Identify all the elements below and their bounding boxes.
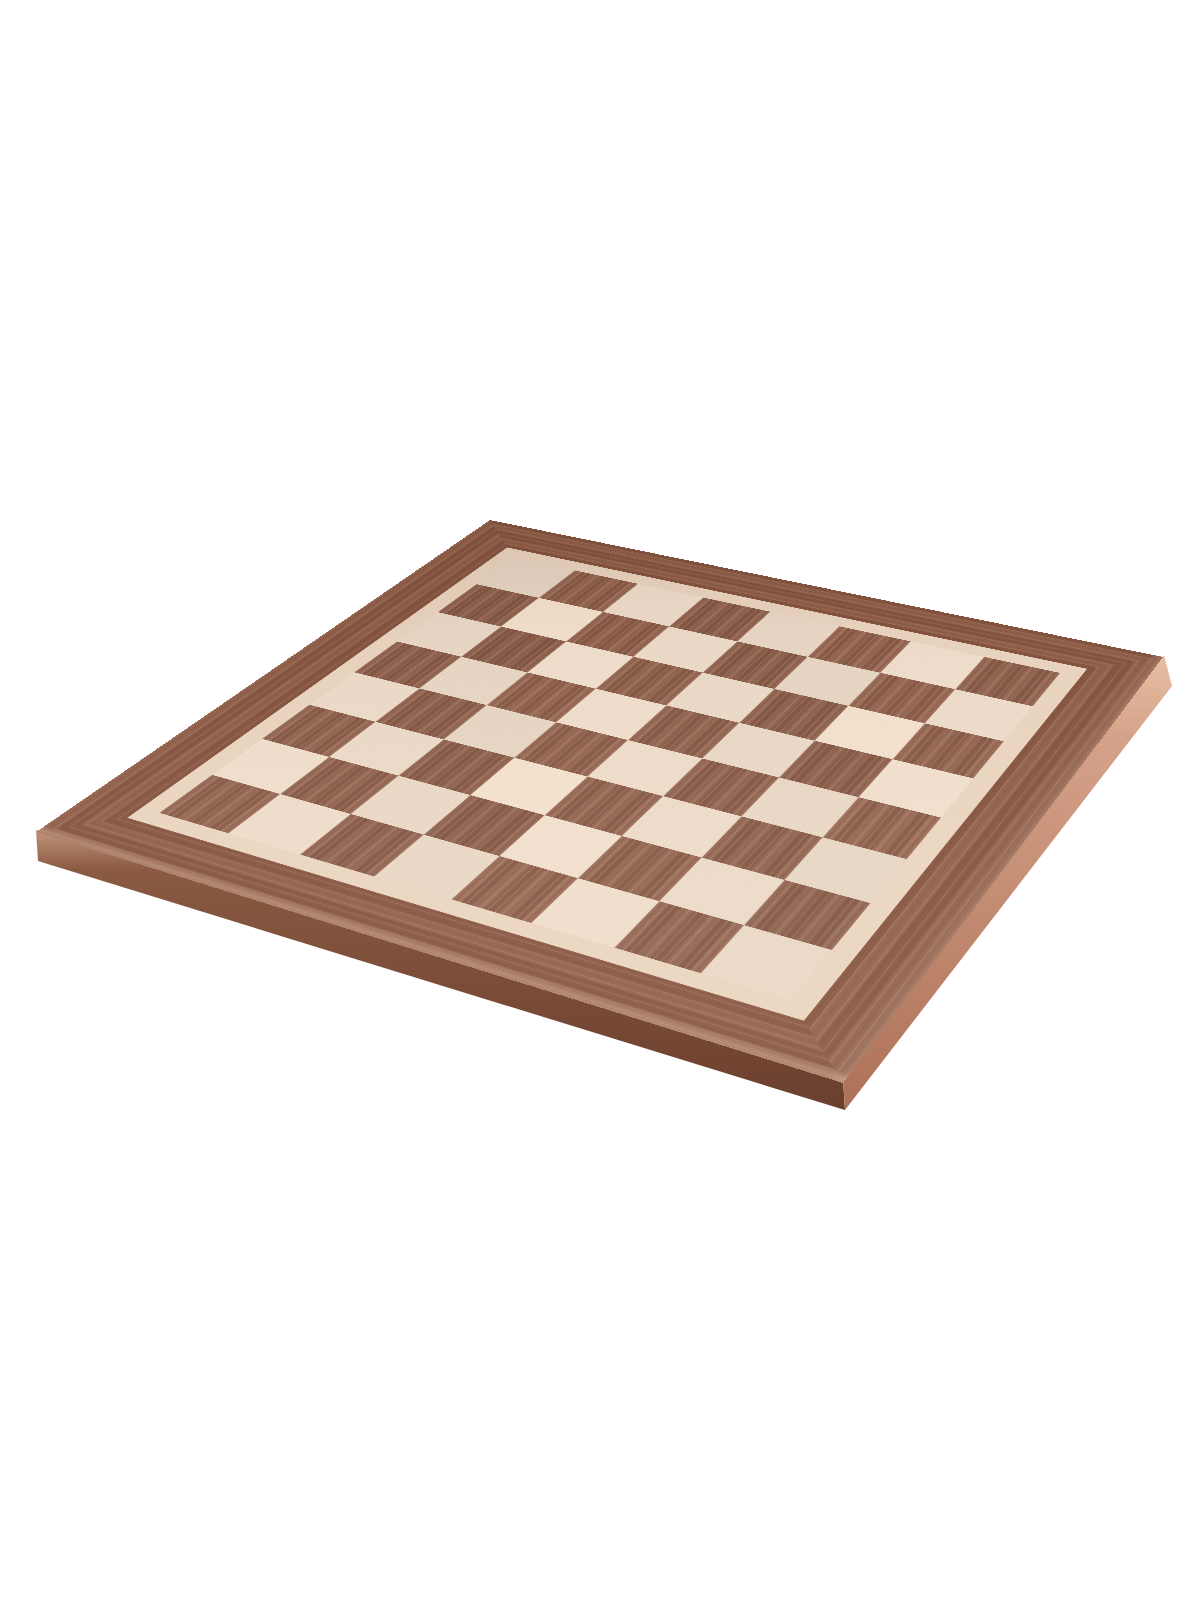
product-photo-canvas (0, 0, 1200, 1600)
